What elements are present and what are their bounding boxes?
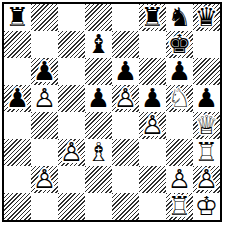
square-c8[interactable] <box>58 4 85 31</box>
black-pawn[interactable]: ♟ <box>193 85 220 112</box>
white-pawn[interactable]: ♙ <box>31 85 58 112</box>
white-queen[interactable]: ♕ <box>193 112 220 139</box>
white-pawn[interactable]: ♙ <box>31 166 58 193</box>
square-g3[interactable] <box>166 139 193 166</box>
square-d1[interactable] <box>85 193 112 220</box>
square-a2[interactable] <box>4 166 31 193</box>
square-e6[interactable]: ♟ <box>112 58 139 85</box>
square-g2[interactable]: ♙ <box>166 166 193 193</box>
square-f6[interactable] <box>139 58 166 85</box>
square-e7[interactable] <box>112 31 139 58</box>
black-pawn[interactable]: ♟ <box>85 85 112 112</box>
square-d2[interactable] <box>85 166 112 193</box>
square-b8[interactable] <box>31 4 58 31</box>
square-a6[interactable] <box>4 58 31 85</box>
black-pawn[interactable]: ♟ <box>166 58 193 85</box>
square-a1[interactable] <box>4 193 31 220</box>
black-knight[interactable]: ♞ <box>166 4 193 31</box>
square-c5[interactable] <box>58 85 85 112</box>
square-b5[interactable]: ♙ <box>31 85 58 112</box>
square-e2[interactable] <box>112 166 139 193</box>
square-c2[interactable] <box>58 166 85 193</box>
square-f3[interactable] <box>139 139 166 166</box>
square-g8[interactable]: ♞ <box>166 4 193 31</box>
white-knight[interactable]: ♘ <box>166 85 193 112</box>
square-c6[interactable] <box>58 58 85 85</box>
square-b4[interactable] <box>31 112 58 139</box>
square-h8[interactable]: ♛ <box>193 4 220 31</box>
white-pawn[interactable]: ♙ <box>166 166 193 193</box>
white-pawn[interactable]: ♙ <box>112 85 139 112</box>
square-g6[interactable]: ♟ <box>166 58 193 85</box>
square-h6[interactable] <box>193 58 220 85</box>
black-rook[interactable]: ♜ <box>4 4 31 31</box>
black-rook[interactable]: ♜ <box>139 4 166 31</box>
square-h5[interactable]: ♟ <box>193 85 220 112</box>
square-d7[interactable]: ♝ <box>85 31 112 58</box>
square-h3[interactable]: ♖ <box>193 139 220 166</box>
square-h7[interactable] <box>193 31 220 58</box>
square-f1[interactable] <box>139 193 166 220</box>
white-bishop[interactable]: ♗ <box>85 139 112 166</box>
square-d3[interactable]: ♗ <box>85 139 112 166</box>
white-pawn[interactable]: ♙ <box>139 112 166 139</box>
black-queen[interactable]: ♛ <box>193 4 220 31</box>
black-king[interactable]: ♚ <box>166 31 193 58</box>
square-g7[interactable]: ♚ <box>166 31 193 58</box>
square-d8[interactable] <box>85 4 112 31</box>
square-g5[interactable]: ♘ <box>166 85 193 112</box>
black-pawn[interactable]: ♟ <box>31 58 58 85</box>
square-h2[interactable]: ♙ <box>193 166 220 193</box>
square-f4[interactable]: ♙ <box>139 112 166 139</box>
square-g4[interactable] <box>166 112 193 139</box>
square-f8[interactable]: ♜ <box>139 4 166 31</box>
square-a4[interactable] <box>4 112 31 139</box>
square-f7[interactable] <box>139 31 166 58</box>
square-e5[interactable]: ♙ <box>112 85 139 112</box>
square-h4[interactable]: ♕ <box>193 112 220 139</box>
white-king[interactable]: ♔ <box>193 193 220 220</box>
square-e1[interactable] <box>112 193 139 220</box>
square-h1[interactable]: ♔ <box>193 193 220 220</box>
square-c7[interactable] <box>58 31 85 58</box>
square-d6[interactable] <box>85 58 112 85</box>
square-g1[interactable]: ♖ <box>166 193 193 220</box>
square-d5[interactable]: ♟ <box>85 85 112 112</box>
square-e8[interactable] <box>112 4 139 31</box>
square-b2[interactable]: ♙ <box>31 166 58 193</box>
square-c4[interactable] <box>58 112 85 139</box>
white-pawn[interactable]: ♙ <box>58 139 85 166</box>
square-b7[interactable] <box>31 31 58 58</box>
black-pawn[interactable]: ♟ <box>139 85 166 112</box>
square-a5[interactable]: ♟ <box>4 85 31 112</box>
square-b3[interactable] <box>31 139 58 166</box>
black-pawn[interactable]: ♟ <box>4 85 31 112</box>
square-d4[interactable] <box>85 112 112 139</box>
white-rook[interactable]: ♖ <box>166 193 193 220</box>
square-f5[interactable]: ♟ <box>139 85 166 112</box>
square-b6[interactable]: ♟ <box>31 58 58 85</box>
black-pawn[interactable]: ♟ <box>112 58 139 85</box>
square-c3[interactable]: ♙ <box>58 139 85 166</box>
square-f2[interactable] <box>139 166 166 193</box>
square-a3[interactable] <box>4 139 31 166</box>
square-e4[interactable] <box>112 112 139 139</box>
white-pawn[interactable]: ♙ <box>193 166 220 193</box>
black-bishop[interactable]: ♝ <box>85 31 112 58</box>
square-c1[interactable] <box>58 193 85 220</box>
square-e3[interactable] <box>112 139 139 166</box>
white-rook[interactable]: ♖ <box>193 139 220 166</box>
square-a7[interactable] <box>4 31 31 58</box>
square-a8[interactable]: ♜ <box>4 4 31 31</box>
square-b1[interactable] <box>31 193 58 220</box>
chessboard: ♜♜♞♛♝♚♟♟♟♟♙♟♙♟♘♟♙♕♙♗♖♙♙♙♖♔ <box>2 2 222 222</box>
